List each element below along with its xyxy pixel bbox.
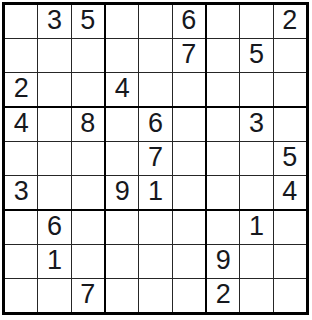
given-digit: 1 bbox=[148, 178, 163, 205]
cell-r7c6[interactable] bbox=[173, 211, 205, 244]
box-r3c2 bbox=[106, 211, 205, 312]
cell-r5c6[interactable] bbox=[173, 142, 205, 175]
cell-r4c3[interactable]: 8 bbox=[72, 108, 104, 141]
cell-r1c9[interactable]: 2 bbox=[274, 5, 306, 38]
cell-r6c9[interactable]: 4 bbox=[274, 176, 306, 209]
cell-r6c5[interactable]: 1 bbox=[139, 176, 171, 209]
cell-r4c2[interactable] bbox=[38, 108, 70, 141]
cell-r9c8[interactable] bbox=[240, 279, 272, 312]
cell-r1c5[interactable] bbox=[139, 5, 171, 38]
cell-r5c4[interactable] bbox=[106, 142, 138, 175]
cell-r3c1[interactable]: 2 bbox=[5, 73, 37, 106]
given-digit: 7 bbox=[80, 281, 95, 308]
cell-r7c3[interactable] bbox=[72, 211, 104, 244]
cell-r5c5[interactable]: 7 bbox=[139, 142, 171, 175]
given-digit: 1 bbox=[249, 213, 264, 240]
given-digit: 3 bbox=[14, 178, 29, 205]
given-digit: 9 bbox=[216, 247, 231, 274]
cell-r3c7[interactable] bbox=[207, 73, 239, 106]
cell-r4c6[interactable] bbox=[173, 108, 205, 141]
cell-r6c2[interactable] bbox=[38, 176, 70, 209]
cell-r2c3[interactable] bbox=[72, 39, 104, 72]
cell-r2c1[interactable] bbox=[5, 39, 37, 72]
given-digit: 6 bbox=[181, 7, 196, 34]
cell-r2c4[interactable] bbox=[106, 39, 138, 72]
cell-r6c4[interactable]: 9 bbox=[106, 176, 138, 209]
cell-r8c9[interactable] bbox=[274, 245, 306, 278]
given-digit: 5 bbox=[80, 7, 95, 34]
cell-r4c9[interactable] bbox=[274, 108, 306, 141]
box-r2c3: 354 bbox=[207, 108, 306, 209]
cell-r8c7[interactable]: 9 bbox=[207, 245, 239, 278]
given-digit: 1 bbox=[47, 247, 62, 274]
given-digit: 4 bbox=[14, 110, 29, 137]
cell-r3c6[interactable] bbox=[173, 73, 205, 106]
given-digit: 7 bbox=[148, 144, 163, 171]
cell-r2c5[interactable] bbox=[139, 39, 171, 72]
cell-r8c5[interactable] bbox=[139, 245, 171, 278]
cell-r8c3[interactable] bbox=[72, 245, 104, 278]
cell-r4c1[interactable]: 4 bbox=[5, 108, 37, 141]
given-digit: 3 bbox=[47, 7, 62, 34]
given-digit: 3 bbox=[249, 110, 264, 137]
sudoku-page: 352674254836791354617192 bbox=[0, 0, 312, 320]
cell-r2c2[interactable] bbox=[38, 39, 70, 72]
cell-r5c2[interactable] bbox=[38, 142, 70, 175]
cell-r6c3[interactable] bbox=[72, 176, 104, 209]
sudoku-board: 352674254836791354617192 bbox=[2, 2, 309, 315]
cell-r9c3[interactable]: 7 bbox=[72, 279, 104, 312]
cell-r5c7[interactable] bbox=[207, 142, 239, 175]
cell-r1c1[interactable] bbox=[5, 5, 37, 38]
cell-r8c4[interactable] bbox=[106, 245, 138, 278]
cell-r7c8[interactable]: 1 bbox=[240, 211, 272, 244]
given-digit: 4 bbox=[115, 75, 130, 102]
cell-r3c8[interactable] bbox=[240, 73, 272, 106]
given-digit: 2 bbox=[14, 75, 29, 102]
cell-r2c9[interactable] bbox=[274, 39, 306, 72]
box-r2c1: 483 bbox=[5, 108, 104, 209]
cell-r8c2[interactable]: 1 bbox=[38, 245, 70, 278]
cell-r9c9[interactable] bbox=[274, 279, 306, 312]
cell-r5c9[interactable]: 5 bbox=[274, 142, 306, 175]
cell-r7c4[interactable] bbox=[106, 211, 138, 244]
cell-r2c6[interactable]: 7 bbox=[173, 39, 205, 72]
cell-r5c3[interactable] bbox=[72, 142, 104, 175]
cell-r9c5[interactable] bbox=[139, 279, 171, 312]
cell-r1c7[interactable] bbox=[207, 5, 239, 38]
cell-r7c2[interactable]: 6 bbox=[38, 211, 70, 244]
cell-r7c7[interactable] bbox=[207, 211, 239, 244]
box-r2c2: 6791 bbox=[106, 108, 205, 209]
cell-r8c8[interactable] bbox=[240, 245, 272, 278]
given-digit: 5 bbox=[282, 144, 297, 171]
cell-r3c3[interactable] bbox=[72, 73, 104, 106]
cell-r4c5[interactable]: 6 bbox=[139, 108, 171, 141]
cell-r9c2[interactable] bbox=[38, 279, 70, 312]
cell-r3c5[interactable] bbox=[139, 73, 171, 106]
given-digit: 2 bbox=[216, 281, 231, 308]
given-digit: 4 bbox=[282, 178, 297, 205]
cell-r1c4[interactable] bbox=[106, 5, 138, 38]
box-r1c1: 352 bbox=[5, 5, 104, 106]
cell-r9c7[interactable]: 2 bbox=[207, 279, 239, 312]
cell-r2c7[interactable] bbox=[207, 39, 239, 72]
given-digit: 9 bbox=[115, 178, 130, 205]
cell-r7c1[interactable] bbox=[5, 211, 37, 244]
cell-r4c8[interactable]: 3 bbox=[240, 108, 272, 141]
given-digit: 8 bbox=[80, 110, 95, 137]
cell-r3c4[interactable]: 4 bbox=[106, 73, 138, 106]
cell-r8c1[interactable] bbox=[5, 245, 37, 278]
cell-r6c7[interactable] bbox=[207, 176, 239, 209]
given-digit: 6 bbox=[47, 213, 62, 240]
cell-r3c9[interactable] bbox=[274, 73, 306, 106]
given-digit: 5 bbox=[249, 41, 264, 68]
cell-r1c3[interactable]: 5 bbox=[72, 5, 104, 38]
given-digit: 6 bbox=[148, 110, 163, 137]
cell-r4c7[interactable] bbox=[207, 108, 239, 141]
cell-r7c9[interactable] bbox=[274, 211, 306, 244]
cell-r6c1[interactable]: 3 bbox=[5, 176, 37, 209]
cell-r7c5[interactable] bbox=[139, 211, 171, 244]
cell-r1c2[interactable]: 3 bbox=[38, 5, 70, 38]
cell-r4c4[interactable] bbox=[106, 108, 138, 141]
box-r1c2: 674 bbox=[106, 5, 205, 106]
cell-r6c6[interactable] bbox=[173, 176, 205, 209]
cell-r6c8[interactable] bbox=[240, 176, 272, 209]
box-r3c3: 192 bbox=[207, 211, 306, 312]
cell-r9c6[interactable] bbox=[173, 279, 205, 312]
cell-r1c8[interactable] bbox=[240, 5, 272, 38]
cell-r8c6[interactable] bbox=[173, 245, 205, 278]
given-digit: 7 bbox=[181, 41, 196, 68]
cell-r9c4[interactable] bbox=[106, 279, 138, 312]
box-r3c1: 617 bbox=[5, 211, 104, 312]
cell-r1c6[interactable]: 6 bbox=[173, 5, 205, 38]
cell-r3c2[interactable] bbox=[38, 73, 70, 106]
cell-r5c8[interactable] bbox=[240, 142, 272, 175]
box-r1c3: 25 bbox=[207, 5, 306, 106]
cell-r5c1[interactable] bbox=[5, 142, 37, 175]
cell-r9c1[interactable] bbox=[5, 279, 37, 312]
given-digit: 2 bbox=[282, 7, 297, 34]
cell-r2c8[interactable]: 5 bbox=[240, 39, 272, 72]
